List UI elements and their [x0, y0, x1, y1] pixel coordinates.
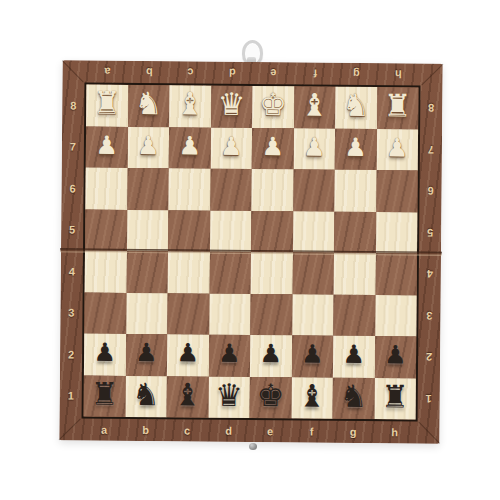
white-bishop: ♝ — [176, 89, 204, 120]
square-h3 — [375, 295, 417, 337]
coordinate-label: 5 — [61, 209, 83, 251]
chess-board: abcdefgh abcdefgh 87654321 87654321 ♜♞♝♛… — [59, 60, 442, 443]
square-e8: ♚ — [252, 86, 294, 128]
frame-miter-seam — [421, 64, 443, 86]
white-pawn: ♟ — [95, 132, 118, 157]
coordinate-label: 5 — [419, 212, 441, 254]
square-a8: ♜ — [86, 85, 128, 127]
white-pawn: ♟ — [220, 133, 243, 158]
square-e2: ♟ — [250, 335, 292, 377]
square-h8: ♜ — [377, 87, 419, 129]
square-g6 — [334, 170, 376, 212]
coordinate-label: b — [128, 61, 170, 83]
metal-pin-icon — [249, 443, 257, 450]
square-a6 — [85, 168, 127, 210]
square-d4 — [209, 252, 251, 294]
coordinate-label: 1 — [60, 375, 82, 417]
square-a7: ♟ — [86, 126, 128, 168]
black-pawn: ♟ — [135, 340, 158, 365]
square-d7: ♟ — [210, 127, 252, 169]
square-g7: ♟ — [335, 128, 377, 170]
coordinate-label: 8 — [420, 87, 442, 129]
coordinate-label: h — [374, 421, 416, 443]
coordinate-label: e — [249, 420, 291, 442]
coordinate-label: 1 — [418, 378, 440, 420]
black-pawn: ♟ — [343, 342, 366, 367]
white-pawn: ♟ — [386, 135, 409, 160]
square-e1: ♚ — [250, 376, 292, 418]
square-e4 — [251, 252, 293, 294]
square-h5 — [375, 212, 417, 254]
square-b2: ♟ — [125, 334, 167, 376]
coordinate-label: 3 — [418, 295, 440, 337]
black-bishop: ♝ — [173, 379, 201, 410]
coordinate-label: 6 — [419, 170, 441, 212]
square-e3 — [250, 293, 292, 335]
coordinate-label: g — [332, 421, 374, 443]
square-c6 — [168, 168, 210, 210]
black-pawn: ♟ — [301, 342, 324, 367]
square-d1: ♛ — [208, 376, 250, 418]
square-c3 — [167, 293, 209, 335]
square-g8: ♞ — [335, 87, 377, 129]
square-f5 — [292, 211, 334, 253]
black-knight: ♞ — [339, 381, 367, 412]
square-e7: ♟ — [252, 128, 294, 170]
coordinate-label: 8 — [62, 84, 84, 126]
square-f4 — [292, 252, 334, 294]
square-a2: ♟ — [84, 334, 126, 376]
square-b3 — [126, 292, 168, 334]
coordinate-label: 6 — [61, 167, 83, 209]
square-c2: ♟ — [167, 334, 209, 376]
black-bishop: ♝ — [298, 380, 326, 411]
white-pawn: ♟ — [137, 133, 160, 158]
coordinate-label: e — [252, 62, 294, 84]
coordinate-label: 7 — [420, 129, 442, 171]
square-b7: ♟ — [127, 126, 169, 168]
coordinate-label: 2 — [418, 336, 440, 378]
coordinate-label: 3 — [60, 292, 82, 334]
frame-miter-seam — [418, 422, 440, 444]
square-h7: ♟ — [376, 129, 418, 171]
file-labels-top: abcdefgh — [86, 61, 418, 86]
square-h1: ♜ — [374, 378, 416, 420]
square-a5 — [85, 209, 127, 251]
square-b5 — [127, 209, 169, 251]
square-c7: ♟ — [169, 127, 211, 169]
black-pawn: ♟ — [94, 340, 117, 365]
square-f6 — [293, 169, 335, 211]
coordinate-label: d — [211, 62, 253, 84]
square-f7: ♟ — [293, 128, 335, 170]
white-pawn: ♟ — [261, 134, 284, 159]
square-c4 — [168, 251, 210, 293]
square-h2: ♟ — [374, 336, 416, 378]
coordinate-label: a — [86, 61, 128, 83]
coordinate-label: a — [83, 419, 125, 441]
coordinate-label: f — [291, 420, 333, 442]
white-rook: ♜ — [383, 90, 411, 121]
black-pawn: ♟ — [384, 342, 407, 367]
coordinate-label: d — [208, 420, 250, 442]
square-e5 — [251, 211, 293, 253]
coordinate-label: h — [377, 63, 419, 85]
square-f3 — [292, 294, 334, 336]
white-king: ♚ — [259, 89, 287, 120]
square-g2: ♟ — [333, 336, 375, 378]
square-c1: ♝ — [167, 376, 209, 418]
square-c8: ♝ — [169, 85, 211, 127]
square-g1: ♞ — [333, 377, 375, 419]
white-pawn: ♟ — [344, 135, 367, 160]
coordinate-label: c — [169, 61, 211, 83]
coordinate-label: f — [294, 62, 336, 84]
square-d6 — [210, 169, 252, 211]
square-b4 — [126, 251, 168, 293]
square-d5 — [210, 210, 252, 252]
frame-miter-seam — [59, 419, 81, 441]
square-b6 — [127, 168, 169, 210]
square-b8: ♞ — [128, 85, 170, 127]
white-queen: ♛ — [217, 89, 245, 120]
white-pawn: ♟ — [178, 133, 201, 158]
square-f8: ♝ — [294, 86, 336, 128]
square-e6 — [251, 169, 293, 211]
black-queen: ♛ — [215, 379, 243, 410]
square-d2: ♟ — [208, 335, 250, 377]
product-photo-scene: abcdefgh abcdefgh 87654321 87654321 ♜♞♝♛… — [0, 0, 500, 500]
coordinate-label: 2 — [60, 333, 82, 375]
square-h4 — [375, 253, 417, 295]
square-h6 — [376, 170, 418, 212]
black-pawn: ♟ — [177, 341, 200, 366]
black-king: ♚ — [256, 380, 284, 411]
white-knight: ♞ — [342, 90, 370, 121]
white-rook: ♜ — [93, 88, 121, 119]
square-g5 — [334, 211, 376, 253]
coordinate-label: g — [335, 63, 377, 85]
coordinate-label: c — [166, 419, 208, 441]
square-d3 — [209, 293, 251, 335]
black-rook: ♜ — [381, 381, 409, 412]
square-c5 — [168, 210, 210, 252]
coordinate-label: 7 — [62, 126, 84, 168]
black-rook: ♜ — [90, 378, 118, 409]
coordinate-label: 4 — [61, 250, 83, 292]
frame-miter-seam — [62, 60, 84, 82]
file-labels-bottom: abcdefgh — [83, 419, 415, 444]
square-a3 — [84, 292, 126, 334]
square-a4 — [85, 251, 127, 293]
coordinate-label: b — [125, 419, 167, 441]
white-knight: ♞ — [134, 88, 162, 119]
white-bishop: ♝ — [300, 90, 328, 121]
white-pawn: ♟ — [303, 134, 326, 159]
black-pawn: ♟ — [260, 341, 283, 366]
square-a1: ♜ — [84, 375, 126, 417]
square-b1: ♞ — [125, 375, 167, 417]
coordinate-label: 4 — [419, 253, 441, 295]
square-f2: ♟ — [291, 335, 333, 377]
black-knight: ♞ — [132, 379, 160, 410]
square-f1: ♝ — [291, 377, 333, 419]
square-d8: ♛ — [211, 86, 253, 128]
square-g3 — [333, 294, 375, 336]
black-pawn: ♟ — [218, 341, 241, 366]
square-g4 — [334, 253, 376, 295]
